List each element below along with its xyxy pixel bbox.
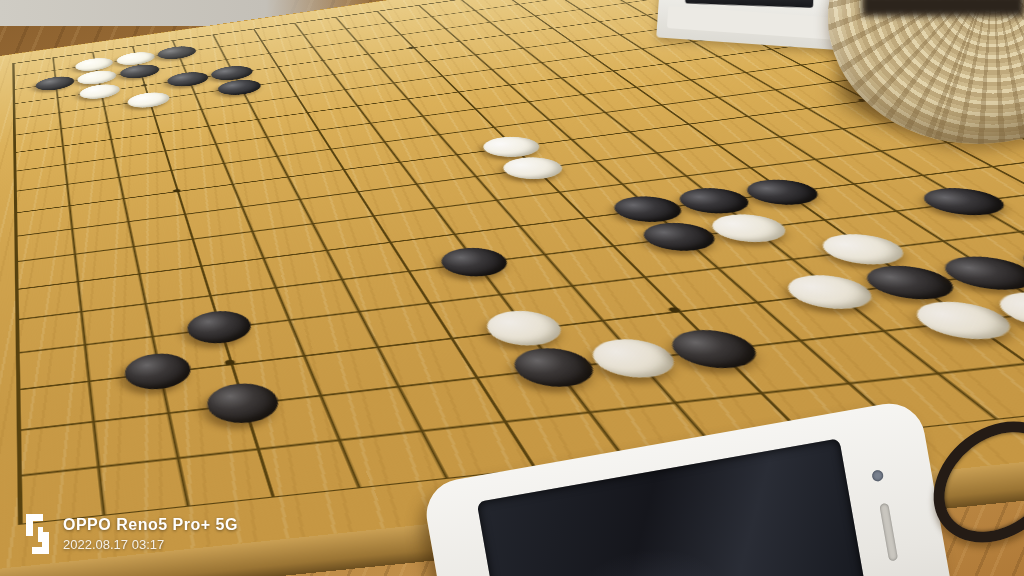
star-point: [172, 189, 180, 193]
black-stone: [909, 185, 1020, 219]
star-point: [140, 84, 147, 87]
star-point: [408, 46, 416, 49]
black-stone: [118, 63, 161, 81]
black-stone: [123, 350, 195, 392]
white-stone: [126, 90, 172, 110]
black-stone: [156, 44, 199, 61]
photo-go-board-scene: OPPO Reno5 Pro+ 5G 2022.08.17 03:17: [0, 0, 1024, 576]
white-stone: [496, 155, 571, 183]
black-stone: [215, 78, 264, 97]
star-point: [224, 360, 235, 366]
black-stone: [183, 308, 255, 347]
white-stone: [79, 82, 122, 101]
black-stone: [202, 380, 284, 426]
dark-booklet: [685, 0, 814, 8]
camera-watermark: OPPO Reno5 Pro+ 5G 2022.08.17 03:17: [24, 512, 238, 556]
white-stone: [477, 308, 571, 350]
screen-reflection: [555, 536, 738, 576]
oppo-watermark-icon: [24, 512, 51, 556]
watermark-timestamp: 2022.08.17 03:17: [63, 537, 238, 552]
watermark-device-name: OPPO Reno5 Pro+ 5G: [63, 516, 238, 534]
black-stone: [165, 70, 211, 89]
phone-earpiece-speaker: [879, 503, 898, 562]
phone-front-camera: [871, 469, 884, 482]
white-stone: [476, 134, 547, 160]
white-stone: [701, 211, 799, 245]
black-stone: [36, 75, 76, 93]
paper-sheet: [667, 6, 836, 40]
white-stone: [808, 231, 918, 268]
black-stone: [659, 326, 771, 372]
black-stone: [433, 245, 516, 280]
shadow-top-right: [862, 0, 1024, 16]
black-stone: [503, 344, 604, 390]
star-point: [667, 307, 682, 313]
